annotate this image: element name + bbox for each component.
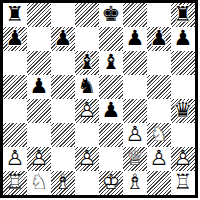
square-b3[interactable]: [27, 123, 51, 147]
square-e6[interactable]: ♝: [99, 51, 123, 75]
square-c7[interactable]: ♟: [51, 27, 75, 51]
piece-body-layer: ♟: [171, 27, 195, 51]
piece-outline-layer: ♙: [3, 147, 27, 171]
square-c3[interactable]: [51, 123, 75, 147]
square-f7[interactable]: ♟: [123, 27, 147, 51]
piece-outline-layer: ♔: [99, 171, 123, 195]
square-e4[interactable]: ♟: [99, 99, 123, 123]
square-h2[interactable]: ♟♙: [171, 147, 195, 171]
square-g3[interactable]: ♞♘: [147, 123, 171, 147]
piece-outline-layer: ♘: [27, 171, 51, 195]
square-d4[interactable]: ♟♙: [75, 99, 99, 123]
piece-white-pawn: ♟♙: [27, 147, 51, 171]
square-e5[interactable]: [99, 75, 123, 99]
piece-white-pawn: ♟♙: [75, 99, 99, 123]
square-c2[interactable]: [51, 147, 75, 171]
piece-body-layer: ♟: [27, 75, 51, 99]
piece-outline-layer: ♙: [75, 99, 99, 123]
piece-black-pawn: ♟: [147, 27, 171, 51]
piece-white-queen: ♛♕: [123, 147, 147, 171]
square-d1[interactable]: [75, 171, 99, 195]
square-h4[interactable]: ♛: [171, 99, 195, 123]
square-h3[interactable]: [171, 123, 195, 147]
piece-body-layer: ♟: [3, 27, 27, 51]
piece-body-layer: ♟: [123, 27, 147, 51]
square-g4[interactable]: [147, 99, 171, 123]
piece-white-rook: ♜♖: [3, 171, 27, 195]
piece-white-pawn: ♟♙: [75, 147, 99, 171]
square-f2[interactable]: ♛♕: [123, 147, 147, 171]
piece-outline-layer: ♖: [171, 171, 195, 195]
piece-outline-layer: ♕: [123, 147, 147, 171]
piece-body-layer: ♟: [51, 27, 75, 51]
piece-body-layer: ♜: [171, 3, 195, 27]
chess-board-frame: ♜♚♜♟♟♟♟♟♝♝♟♞♟♙♟♛♟♙♞♘♟♙♟♙♟♙♛♕♟♙♟♙♜♖♞♘♝♗♚♔…: [0, 0, 198, 198]
piece-body-layer: ♜: [3, 3, 27, 27]
piece-white-pawn: ♟♙: [147, 147, 171, 171]
square-f4[interactable]: [123, 99, 147, 123]
square-a1[interactable]: ♜♖: [3, 171, 27, 195]
piece-black-pawn: ♟: [3, 27, 27, 51]
square-e7[interactable]: [99, 27, 123, 51]
square-a8[interactable]: ♜: [3, 3, 27, 27]
square-g1[interactable]: [147, 171, 171, 195]
square-a5[interactable]: [3, 75, 27, 99]
square-f3[interactable]: ♟♙: [123, 123, 147, 147]
square-a2[interactable]: ♟♙: [3, 147, 27, 171]
piece-black-pawn: ♟: [27, 75, 51, 99]
square-b7[interactable]: [27, 27, 51, 51]
square-a6[interactable]: [3, 51, 27, 75]
piece-body-layer: ♝: [75, 51, 99, 75]
square-c1[interactable]: ♝♗: [51, 171, 75, 195]
piece-outline-layer: ♖: [3, 171, 27, 195]
piece-outline-layer: ♙: [27, 147, 51, 171]
square-b4[interactable]: [27, 99, 51, 123]
square-g2[interactable]: ♟♙: [147, 147, 171, 171]
square-f6[interactable]: [123, 51, 147, 75]
square-d8[interactable]: [75, 3, 99, 27]
piece-outline-layer: ♙: [75, 147, 99, 171]
piece-black-pawn: ♟: [51, 27, 75, 51]
square-e1[interactable]: ♚♔: [99, 171, 123, 195]
piece-body-layer: ♟: [147, 27, 171, 51]
square-a3[interactable]: [3, 123, 27, 147]
square-c5[interactable]: [51, 75, 75, 99]
square-d3[interactable]: [75, 123, 99, 147]
piece-black-pawn: ♟: [99, 99, 123, 123]
piece-outline-layer: ♙: [147, 147, 171, 171]
piece-black-king: ♚: [99, 3, 123, 27]
piece-white-pawn: ♟♙: [123, 123, 147, 147]
piece-black-pawn: ♟: [123, 27, 147, 51]
square-g5[interactable]: [147, 75, 171, 99]
piece-outline-layer: ♙: [123, 123, 147, 147]
square-b8[interactable]: [27, 3, 51, 27]
square-c8[interactable]: [51, 3, 75, 27]
square-e2[interactable]: [99, 147, 123, 171]
square-e8[interactable]: ♚: [99, 3, 123, 27]
piece-outline-layer: ♘: [147, 123, 171, 147]
piece-black-queen: ♛: [171, 99, 195, 123]
piece-body-layer: ♞: [75, 75, 99, 99]
square-g8[interactable]: [147, 3, 171, 27]
piece-body-layer: ♛: [171, 99, 195, 123]
square-h6[interactable]: [171, 51, 195, 75]
piece-body-layer: ♝: [99, 51, 123, 75]
square-d7[interactable]: [75, 27, 99, 51]
square-h7[interactable]: ♟: [171, 27, 195, 51]
square-h5[interactable]: [171, 75, 195, 99]
square-g6[interactable]: [147, 51, 171, 75]
square-b5[interactable]: ♟: [27, 75, 51, 99]
square-h8[interactable]: ♜: [171, 3, 195, 27]
square-b6[interactable]: [27, 51, 51, 75]
square-h1[interactable]: ♜♖: [171, 171, 195, 195]
square-c4[interactable]: [51, 99, 75, 123]
square-d2[interactable]: ♟♙: [75, 147, 99, 171]
square-c6[interactable]: [51, 51, 75, 75]
piece-black-bishop: ♝: [75, 51, 99, 75]
piece-black-knight: ♞: [75, 75, 99, 99]
piece-body-layer: ♟: [99, 99, 123, 123]
piece-white-pawn: ♟♙: [3, 147, 27, 171]
square-f1[interactable]: ♝♗: [123, 171, 147, 195]
piece-black-rook: ♜: [3, 3, 27, 27]
square-d6[interactable]: ♝: [75, 51, 99, 75]
square-e3[interactable]: [99, 123, 123, 147]
square-f8[interactable]: [123, 3, 147, 27]
piece-outline-layer: ♗: [123, 171, 147, 195]
piece-outline-layer: ♙: [171, 147, 195, 171]
chess-board: ♜♚♜♟♟♟♟♟♝♝♟♞♟♙♟♛♟♙♞♘♟♙♟♙♟♙♛♕♟♙♟♙♜♖♞♘♝♗♚♔…: [3, 3, 195, 195]
piece-white-rook: ♜♖: [171, 171, 195, 195]
square-d5[interactable]: ♞: [75, 75, 99, 99]
piece-black-bishop: ♝: [99, 51, 123, 75]
piece-body-layer: ♚: [99, 3, 123, 27]
piece-white-bishop: ♝♗: [51, 171, 75, 195]
square-b1[interactable]: ♞♘: [27, 171, 51, 195]
piece-outline-layer: ♗: [51, 171, 75, 195]
square-a4[interactable]: [3, 99, 27, 123]
piece-white-knight: ♞♘: [147, 123, 171, 147]
piece-white-knight: ♞♘: [27, 171, 51, 195]
square-g7[interactable]: ♟: [147, 27, 171, 51]
piece-white-bishop: ♝♗: [123, 171, 147, 195]
square-b2[interactable]: ♟♙: [27, 147, 51, 171]
piece-white-king: ♚♔: [99, 171, 123, 195]
piece-black-pawn: ♟: [171, 27, 195, 51]
piece-black-rook: ♜: [171, 3, 195, 27]
square-a7[interactable]: ♟: [3, 27, 27, 51]
square-f5[interactable]: [123, 75, 147, 99]
piece-white-pawn: ♟♙: [171, 147, 195, 171]
